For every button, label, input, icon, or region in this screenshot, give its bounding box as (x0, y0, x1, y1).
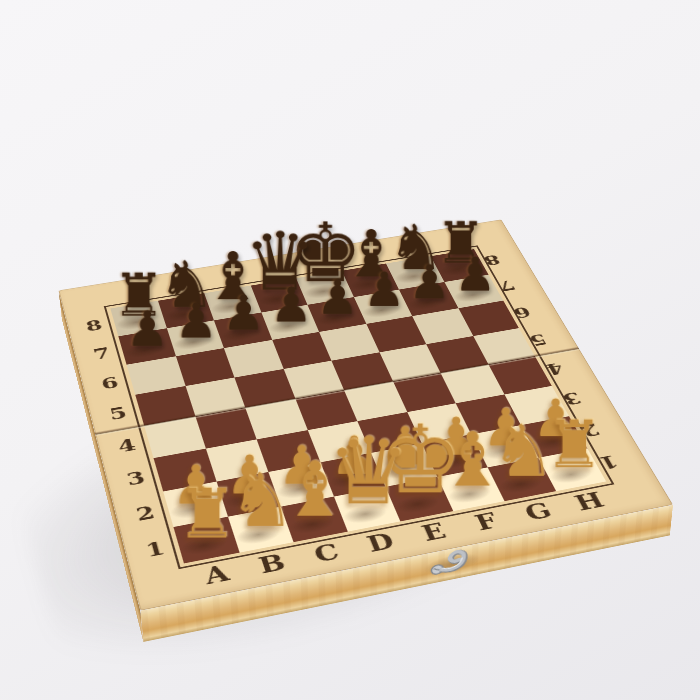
rank-label-left-7: 7 (91, 343, 120, 364)
file-label-b: B (256, 549, 289, 579)
rank-label-left-6: 6 (99, 372, 129, 394)
file-label-h: H (570, 488, 609, 517)
file-label-f: F (471, 508, 502, 536)
chess-board: ABCDEFGH 87654321 87654321 ♜♞♝♛♚♝♞♜♟♟♟♟♟… (58, 219, 673, 610)
piece-white-rook-a1: ♜ (177, 480, 238, 548)
file-label-g: G (521, 498, 557, 526)
file-label-d: D (363, 528, 398, 558)
product-photo-scene: ABCDEFGH 87654321 87654321 ♜♞♝♛♚♝♞♜♟♟♟♟♟… (0, 0, 700, 700)
rank-label-left-3: 3 (125, 466, 157, 490)
rank-label-left-8: 8 (84, 315, 113, 335)
piece-white-knight-b1: ♞ (228, 463, 295, 538)
rank-label-left-5: 5 (107, 402, 138, 424)
file-label-e: E (418, 518, 450, 547)
file-label-c: C (311, 539, 344, 569)
rank-label-left-4: 4 (116, 433, 148, 456)
rank-label-left-1: 1 (143, 535, 177, 562)
file-label-a: A (201, 560, 232, 590)
rank-label-left-2: 2 (134, 500, 167, 525)
